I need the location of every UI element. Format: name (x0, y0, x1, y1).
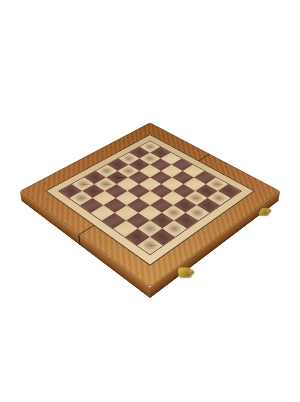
square-h1: ♜ (137, 237, 162, 254)
perspective-viewport: ♜♟♟♜♞♟♟♞♝♟♟♝♛♟♟♛♚♟♟♚♝♟♟♝♞♟♟♞♜♟♟♜ (0, 0, 300, 402)
square-f5 (116, 191, 139, 205)
maple-border: ♜♟♟♜♞♟♟♞♝♟♟♝♛♟♟♛♚♟♟♚♝♟♟♝♞♟♟♞♜♟♟♜ (45, 134, 254, 265)
chess-set-product-photo: ♜♟♟♜♞♟♟♞♝♟♟♝♛♟♟♛♚♟♟♚♝♟♟♝♞♟♟♞♜♟♟♜ (0, 0, 300, 402)
square-h5 (91, 205, 115, 220)
chess-board: ♜♟♟♜♞♟♟♞♝♟♟♝♛♟♟♛♚♟♟♚♝♟♟♝♞♟♟♞♜♟♟♜ (20, 123, 280, 288)
square-d5 (139, 177, 161, 191)
square-e5 (127, 184, 150, 198)
square-h7: ♟ (70, 191, 93, 205)
brass-latch-icon (178, 267, 191, 276)
brass-latch-icon (257, 207, 268, 215)
board-frame: ♜♟♟♜♞♟♟♞♝♟♟♝♛♟♟♛♚♟♟♚♝♟♟♝♞♟♟♞♜♟♟♜ (20, 123, 280, 288)
